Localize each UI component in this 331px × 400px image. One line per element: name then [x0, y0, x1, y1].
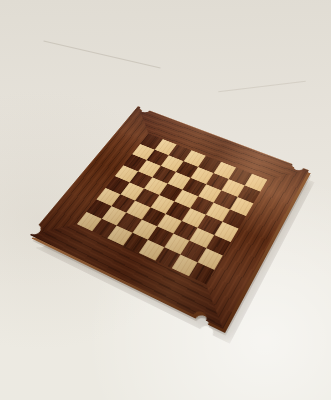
photo-scene	[0, 0, 331, 400]
